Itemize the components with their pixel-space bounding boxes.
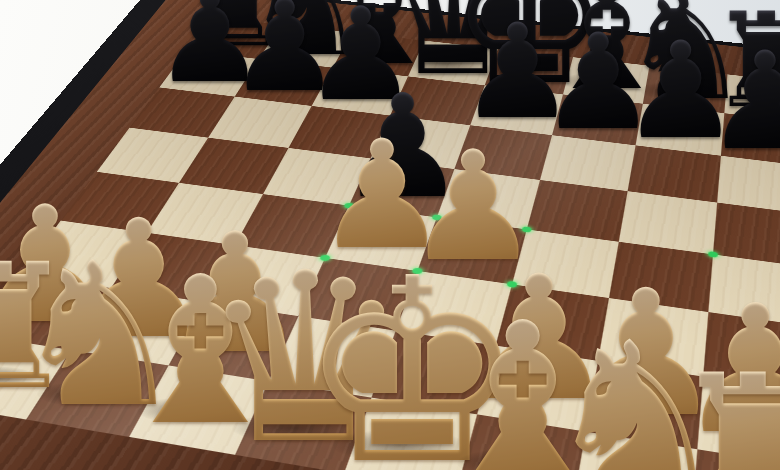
white-rook-glyph: ♜ bbox=[667, 350, 780, 470]
piece-white-rook-h1[interactable]: ♜ bbox=[667, 350, 780, 470]
piece-black-pawn-h7[interactable]: ♟ bbox=[704, 34, 780, 169]
black-pawn-glyph: ♟ bbox=[704, 34, 780, 169]
